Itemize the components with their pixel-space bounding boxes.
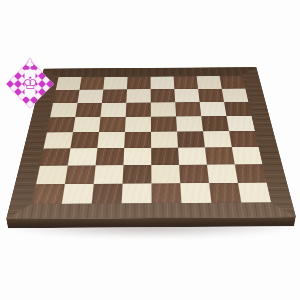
square-c8[interactable] [103,77,127,90]
square-a4[interactable] [43,132,72,148]
square-h1[interactable] [237,182,270,202]
board-top-face [6,67,295,219]
square-e8[interactable] [150,76,174,89]
square-e4[interactable] [150,131,177,147]
square-d1[interactable] [121,183,151,203]
square-a3[interactable] [39,148,70,165]
square-g4[interactable] [203,131,232,147]
square-f3[interactable] [177,147,206,164]
square-e2[interactable] [151,164,180,183]
square-b6[interactable] [75,103,102,117]
square-a1[interactable] [31,184,64,204]
square-d4[interactable] [124,131,151,147]
square-h7[interactable] [221,88,248,101]
square-b8[interactable] [79,77,104,90]
square-f1[interactable] [180,183,211,203]
square-e5[interactable] [150,116,176,131]
square-b7[interactable] [77,89,103,102]
square-g1[interactable] [208,182,240,202]
logo-pawn-icon: ♟ [25,57,35,68]
square-c5[interactable] [98,117,125,132]
square-f8[interactable] [173,76,197,89]
square-d2[interactable] [122,165,151,184]
logo-king-icon: ♔ [22,75,37,92]
square-b4[interactable] [70,132,99,148]
square-d8[interactable] [127,76,151,89]
square-h2[interactable] [234,164,266,183]
square-g8[interactable] [196,76,221,89]
chessboard [27,8,274,255]
square-a2[interactable] [36,165,68,184]
square-g3[interactable] [204,147,234,164]
square-e3[interactable] [151,147,179,164]
square-d6[interactable] [125,102,150,116]
square-f6[interactable] [175,102,201,116]
square-c7[interactable] [101,89,126,102]
square-h8[interactable] [219,76,245,89]
square-b5[interactable] [72,117,100,132]
square-e6[interactable] [150,102,175,116]
shop-logo: ♔ ♟ [13,67,47,101]
square-a6[interactable] [50,103,77,117]
square-b1[interactable] [61,183,93,203]
square-g7[interactable] [198,88,224,101]
square-b3[interactable] [67,148,97,165]
square-h5[interactable] [226,116,255,131]
square-c6[interactable] [100,102,126,116]
square-h4[interactable] [229,131,259,147]
board-edge-front [6,217,295,228]
board-squares [31,76,270,204]
square-c4[interactable] [97,132,125,148]
product-photo: ♔ ♟ [0,0,300,300]
square-e7[interactable] [150,89,175,102]
square-h6[interactable] [224,102,252,116]
square-c1[interactable] [91,183,122,203]
square-f2[interactable] [179,164,209,183]
square-a8[interactable] [55,77,81,90]
square-f7[interactable] [174,89,199,102]
square-a7[interactable] [53,89,79,102]
square-e1[interactable] [151,183,181,203]
square-b2[interactable] [64,165,95,184]
square-g6[interactable] [199,102,226,116]
square-d3[interactable] [123,147,151,164]
square-a5[interactable] [46,117,74,132]
square-c2[interactable] [93,165,123,184]
square-g5[interactable] [201,116,229,131]
square-f4[interactable] [177,131,205,147]
square-g2[interactable] [206,164,237,183]
square-h3[interactable] [231,147,262,164]
square-c3[interactable] [95,148,124,165]
square-d7[interactable] [126,89,150,102]
square-d5[interactable] [124,116,150,131]
square-f5[interactable] [176,116,203,131]
